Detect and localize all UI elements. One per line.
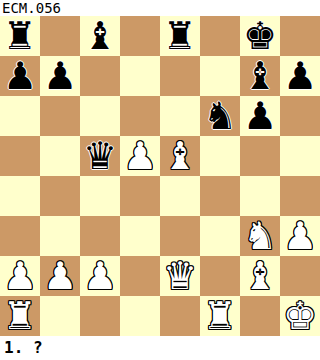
square-f4[interactable] (200, 176, 240, 216)
square-f6[interactable]: ♞ (200, 96, 240, 136)
square-d2[interactable] (120, 256, 160, 296)
square-h3[interactable]: ♟ (280, 216, 320, 256)
square-h6[interactable] (280, 96, 320, 136)
square-f8[interactable] (200, 16, 240, 56)
square-c1[interactable] (80, 296, 120, 336)
square-g3[interactable]: ♞ (240, 216, 280, 256)
square-h2[interactable] (280, 256, 320, 296)
square-b4[interactable] (40, 176, 80, 216)
square-b7[interactable]: ♟ (40, 56, 80, 96)
square-g8[interactable]: ♚ (240, 16, 280, 56)
piece-black-bishop[interactable]: ♝ (83, 16, 117, 56)
square-f1[interactable]: ♜ (200, 296, 240, 336)
square-b2[interactable]: ♟ (40, 256, 80, 296)
piece-black-bishop[interactable]: ♝ (243, 56, 277, 96)
square-a2[interactable]: ♟ (0, 256, 40, 296)
square-d5[interactable]: ♟ (120, 136, 160, 176)
square-b1[interactable] (40, 296, 80, 336)
square-f2[interactable] (200, 256, 240, 296)
square-c7[interactable] (80, 56, 120, 96)
square-f3[interactable] (200, 216, 240, 256)
square-a4[interactable] (0, 176, 40, 216)
square-a8[interactable]: ♜ (0, 16, 40, 56)
square-c6[interactable] (80, 96, 120, 136)
piece-black-rook[interactable]: ♜ (163, 16, 197, 56)
square-c8[interactable]: ♝ (80, 16, 120, 56)
piece-white-queen[interactable]: ♛ (163, 256, 197, 296)
square-h4[interactable] (280, 176, 320, 216)
square-h5[interactable] (280, 136, 320, 176)
square-g5[interactable] (240, 136, 280, 176)
square-g4[interactable] (240, 176, 280, 216)
square-a3[interactable] (0, 216, 40, 256)
square-d7[interactable] (120, 56, 160, 96)
piece-white-knight[interactable]: ♞ (243, 216, 277, 256)
square-c3[interactable] (80, 216, 120, 256)
piece-white-rook[interactable]: ♜ (203, 296, 237, 336)
square-d8[interactable] (120, 16, 160, 56)
square-a5[interactable] (0, 136, 40, 176)
square-h7[interactable]: ♟ (280, 56, 320, 96)
piece-black-knight[interactable]: ♞ (203, 96, 237, 136)
square-c4[interactable] (80, 176, 120, 216)
piece-white-pawn[interactable]: ♟ (283, 216, 317, 256)
square-e4[interactable] (160, 176, 200, 216)
piece-black-pawn[interactable]: ♟ (283, 56, 317, 96)
square-d3[interactable] (120, 216, 160, 256)
piece-black-pawn[interactable]: ♟ (3, 56, 37, 96)
square-b6[interactable] (40, 96, 80, 136)
chess-diagram-window: ECM.056 ♜♝♜♚♟♟♝♟♞♟♛♟♝♞♟♟♟♟♛♝♜♜♚ 1. ? (0, 0, 320, 360)
square-b3[interactable] (40, 216, 80, 256)
square-g7[interactable]: ♝ (240, 56, 280, 96)
piece-black-pawn[interactable]: ♟ (43, 56, 77, 96)
square-e1[interactable] (160, 296, 200, 336)
square-h8[interactable] (280, 16, 320, 56)
square-a1[interactable]: ♜ (0, 296, 40, 336)
square-g1[interactable] (240, 296, 280, 336)
piece-white-king[interactable]: ♚ (283, 296, 317, 336)
square-e8[interactable]: ♜ (160, 16, 200, 56)
chess-board: ♜♝♜♚♟♟♝♟♞♟♛♟♝♞♟♟♟♟♛♝♜♜♚ (0, 16, 320, 336)
square-g2[interactable]: ♝ (240, 256, 280, 296)
square-f5[interactable] (200, 136, 240, 176)
square-d4[interactable] (120, 176, 160, 216)
square-a6[interactable] (0, 96, 40, 136)
square-b8[interactable] (40, 16, 80, 56)
piece-black-king[interactable]: ♚ (243, 16, 277, 56)
square-d1[interactable] (120, 296, 160, 336)
square-e7[interactable] (160, 56, 200, 96)
piece-white-bishop[interactable]: ♝ (163, 136, 197, 176)
square-b5[interactable] (40, 136, 80, 176)
piece-white-bishop[interactable]: ♝ (243, 256, 277, 296)
piece-white-rook[interactable]: ♜ (3, 296, 37, 336)
square-c2[interactable]: ♟ (80, 256, 120, 296)
square-f7[interactable] (200, 56, 240, 96)
square-d6[interactable] (120, 96, 160, 136)
move-prompt: 1. ? (0, 336, 320, 360)
diagram-title: ECM.056 (0, 0, 320, 16)
square-c5[interactable]: ♛ (80, 136, 120, 176)
square-g6[interactable]: ♟ (240, 96, 280, 136)
piece-white-pawn[interactable]: ♟ (3, 256, 37, 296)
square-a7[interactable]: ♟ (0, 56, 40, 96)
piece-black-pawn[interactable]: ♟ (243, 96, 277, 136)
piece-white-pawn[interactable]: ♟ (123, 136, 157, 176)
piece-white-pawn[interactable]: ♟ (83, 256, 117, 296)
square-e2[interactable]: ♛ (160, 256, 200, 296)
square-e5[interactable]: ♝ (160, 136, 200, 176)
piece-black-rook[interactable]: ♜ (3, 16, 37, 56)
piece-white-pawn[interactable]: ♟ (43, 256, 77, 296)
square-e6[interactable] (160, 96, 200, 136)
square-h1[interactable]: ♚ (280, 296, 320, 336)
square-e3[interactable] (160, 216, 200, 256)
piece-black-queen[interactable]: ♛ (83, 136, 117, 176)
